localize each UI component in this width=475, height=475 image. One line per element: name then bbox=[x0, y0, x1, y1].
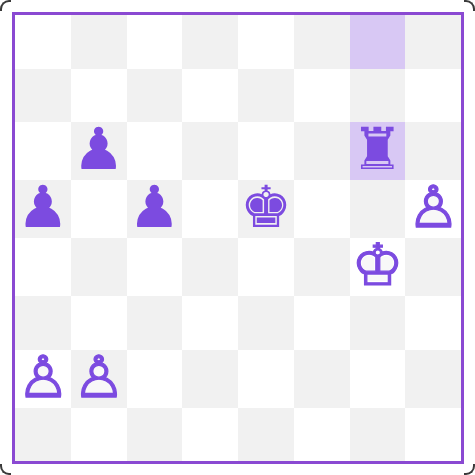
square-d1[interactable] bbox=[182, 408, 238, 462]
square-f8[interactable] bbox=[294, 15, 350, 69]
black-pawn-glyph: ♟ bbox=[17, 178, 69, 236]
square-d8[interactable] bbox=[182, 15, 238, 69]
window-rounded-corner bbox=[0, 464, 11, 475]
chess-board: ♟♜♟♟♚♟♙♚♔♟♙♟♙ bbox=[12, 12, 464, 464]
white-pawn-glyph: ♙ bbox=[73, 348, 125, 406]
square-f5[interactable] bbox=[294, 180, 350, 238]
square-e5[interactable]: ♚ bbox=[238, 180, 294, 238]
square-a1[interactable] bbox=[15, 408, 71, 462]
square-e3[interactable] bbox=[238, 296, 294, 350]
black-rook-glyph: ♜ bbox=[351, 120, 403, 178]
square-a2[interactable]: ♟♙ bbox=[15, 350, 71, 408]
square-c7[interactable] bbox=[127, 69, 183, 123]
square-g1[interactable] bbox=[350, 408, 406, 462]
square-e7[interactable] bbox=[238, 69, 294, 123]
black-king-glyph: ♚ bbox=[240, 178, 292, 236]
square-g4[interactable]: ♚♔ bbox=[350, 238, 406, 296]
square-b3[interactable] bbox=[71, 296, 127, 350]
square-e4[interactable] bbox=[238, 238, 294, 296]
square-d4[interactable] bbox=[182, 238, 238, 296]
square-h6[interactable] bbox=[405, 122, 461, 180]
square-g6[interactable]: ♜ bbox=[350, 122, 406, 180]
square-g5[interactable] bbox=[350, 180, 406, 238]
black-pawn-glyph: ♟ bbox=[128, 178, 180, 236]
black-pawn-glyph: ♟ bbox=[73, 120, 125, 178]
piece-white-pawn-a2[interactable]: ♟♙ bbox=[15, 350, 71, 408]
square-b8[interactable] bbox=[71, 15, 127, 69]
piece-black-king-e5[interactable]: ♚ bbox=[238, 180, 294, 238]
square-a8[interactable] bbox=[15, 15, 71, 69]
square-g3[interactable] bbox=[350, 296, 406, 350]
square-d7[interactable] bbox=[182, 69, 238, 123]
square-f1[interactable] bbox=[294, 408, 350, 462]
piece-white-king-g4[interactable]: ♚♔ bbox=[350, 238, 406, 296]
square-b6[interactable]: ♟ bbox=[71, 122, 127, 180]
square-d3[interactable] bbox=[182, 296, 238, 350]
square-e8[interactable] bbox=[238, 15, 294, 69]
square-g7[interactable] bbox=[350, 69, 406, 123]
square-c8[interactable] bbox=[127, 15, 183, 69]
square-a4[interactable] bbox=[15, 238, 71, 296]
square-h1[interactable] bbox=[405, 408, 461, 462]
square-c5[interactable]: ♟ bbox=[127, 180, 183, 238]
square-b5[interactable] bbox=[71, 180, 127, 238]
app-window: ♟♜♟♟♚♟♙♚♔♟♙♟♙ bbox=[0, 0, 475, 475]
square-h7[interactable] bbox=[405, 69, 461, 123]
square-c6[interactable] bbox=[127, 122, 183, 180]
square-b7[interactable] bbox=[71, 69, 127, 123]
square-c4[interactable] bbox=[127, 238, 183, 296]
square-g8[interactable] bbox=[350, 15, 406, 69]
square-a7[interactable] bbox=[15, 69, 71, 123]
square-b4[interactable] bbox=[71, 238, 127, 296]
piece-black-rook-g6[interactable]: ♜ bbox=[350, 122, 406, 180]
piece-black-pawn-a5[interactable]: ♟ bbox=[15, 180, 71, 238]
piece-black-pawn-b6[interactable]: ♟ bbox=[71, 122, 127, 180]
square-c3[interactable] bbox=[127, 296, 183, 350]
square-b1[interactable] bbox=[71, 408, 127, 462]
white-king-glyph: ♔ bbox=[351, 236, 403, 294]
square-c2[interactable] bbox=[127, 350, 183, 408]
square-c1[interactable] bbox=[127, 408, 183, 462]
square-f2[interactable] bbox=[294, 350, 350, 408]
square-h2[interactable] bbox=[405, 350, 461, 408]
white-pawn-glyph: ♙ bbox=[407, 178, 459, 236]
square-h4[interactable] bbox=[405, 238, 461, 296]
square-g2[interactable] bbox=[350, 350, 406, 408]
square-e1[interactable] bbox=[238, 408, 294, 462]
square-a5[interactable]: ♟ bbox=[15, 180, 71, 238]
square-a3[interactable] bbox=[15, 296, 71, 350]
square-e6[interactable] bbox=[238, 122, 294, 180]
square-e2[interactable] bbox=[238, 350, 294, 408]
piece-white-pawn-h5[interactable]: ♟♙ bbox=[405, 180, 461, 238]
square-b2[interactable]: ♟♙ bbox=[71, 350, 127, 408]
square-d5[interactable] bbox=[182, 180, 238, 238]
square-f3[interactable] bbox=[294, 296, 350, 350]
square-d2[interactable] bbox=[182, 350, 238, 408]
square-h5[interactable]: ♟♙ bbox=[405, 180, 461, 238]
square-f7[interactable] bbox=[294, 69, 350, 123]
square-h8[interactable] bbox=[405, 15, 461, 69]
white-pawn-glyph: ♙ bbox=[17, 348, 69, 406]
window-rounded-corner bbox=[0, 0, 11, 11]
square-d6[interactable] bbox=[182, 122, 238, 180]
square-f6[interactable] bbox=[294, 122, 350, 180]
square-a6[interactable] bbox=[15, 122, 71, 180]
piece-black-pawn-c5[interactable]: ♟ bbox=[127, 180, 183, 238]
window-rounded-corner bbox=[464, 464, 475, 475]
window-rounded-corner bbox=[464, 0, 475, 11]
square-h3[interactable] bbox=[405, 296, 461, 350]
square-f4[interactable] bbox=[294, 238, 350, 296]
piece-white-pawn-b2[interactable]: ♟♙ bbox=[71, 350, 127, 408]
